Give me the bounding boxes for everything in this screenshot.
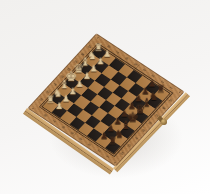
corner-engraving: • (95, 36, 100, 40)
clasp-knob (161, 119, 167, 125)
corner-engraving: • (112, 161, 117, 165)
product-photo: ABCDEFGH ABCDEFGH 12345678 12345678 • • … (0, 0, 210, 194)
brass-clasp (158, 115, 168, 126)
piece-black-rook: ♜ (104, 137, 120, 147)
corner-engraving: • (177, 90, 182, 94)
piece-white-pawn: ♟ (51, 102, 67, 111)
corner-engraving: • (30, 106, 35, 110)
